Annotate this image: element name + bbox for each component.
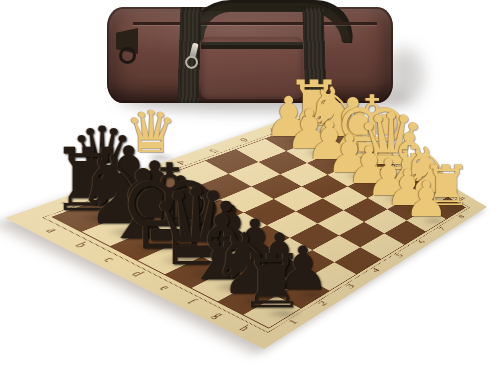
chess-carry-bag <box>107 7 393 103</box>
bag-main-zipper-seam <box>133 22 377 25</box>
bag-front-pocket <box>201 37 303 99</box>
board-grid <box>53 120 465 328</box>
extra-camel-queen-off-board[interactable]: ♛ <box>125 103 177 161</box>
chess-board: aabbccddeeffgghh1122334455667788 <box>5 107 487 349</box>
pocket-zipper <box>201 42 303 49</box>
product-photo-scene: aabbccddeeffgghh1122334455667788 ♜♞♝♚♛♝♞… <box>0 0 500 367</box>
bag-strap-right <box>302 7 326 103</box>
bag-side-ring-icon <box>119 47 136 64</box>
